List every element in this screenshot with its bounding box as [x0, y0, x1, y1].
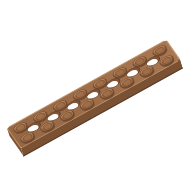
front-edge-highlight: [23, 61, 178, 147]
lego-part-image: LEGO Technic plate 2x8 with 7 holes, bro…: [0, 0, 192, 192]
lego-part-svg: [0, 0, 192, 192]
plate-top-group: [7, 40, 180, 148]
